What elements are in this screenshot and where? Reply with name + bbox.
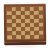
board-square — [39, 35, 44, 39]
board-frame — [4, 4, 46, 43]
board-shadow — [5, 44, 45, 47]
product-photo — [0, 0, 50, 50]
board-grid — [7, 7, 43, 39]
chess-board — [4, 4, 46, 45]
